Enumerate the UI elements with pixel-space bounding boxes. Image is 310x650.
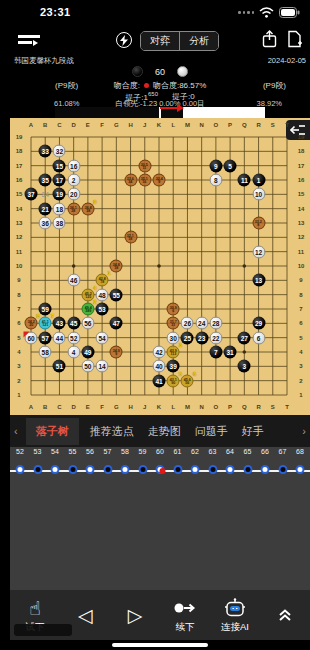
candidate-values: 34.99 [113, 349, 120, 356]
candidate-rank: 2 [93, 299, 96, 305]
coord-number-right: 18 [298, 148, 305, 154]
coord-letter-bottom: M [185, 404, 190, 410]
coord-letter-top: R [256, 122, 260, 128]
share-icon[interactable] [262, 30, 277, 48]
coord-letter-bottom: H [128, 404, 132, 410]
strip-node[interactable] [261, 465, 270, 474]
stone-white-O6: 28 [209, 317, 222, 330]
stone-black-B14: 21 [39, 202, 52, 215]
stone-black-R6: 29 [252, 317, 265, 330]
tab-1[interactable]: 落子树 [26, 418, 79, 445]
candidate-values: 32.118 [127, 234, 134, 241]
stone-black-C17: 15 [53, 159, 66, 172]
coord-letter-top: O [214, 122, 219, 128]
coord-letter-bottom: R [256, 404, 260, 410]
ai-candidate-G10[interactable]: 34.818 [110, 260, 123, 273]
ai-candidate-L7[interactable]: 30.96 [167, 303, 180, 316]
tab-5[interactable]: 好手 [242, 424, 264, 439]
candidate-values: 41.1121 [42, 320, 49, 327]
stone-black-C16: 17 [53, 174, 66, 187]
ai-candidate-E14[interactable]: 36.8389 [81, 202, 94, 215]
stone-white-O16: 8 [209, 174, 222, 187]
candidate-values: 33.28 [255, 220, 262, 227]
coord-letter-bottom: A [29, 404, 33, 410]
tabs-scroll-left[interactable]: ‹ [10, 425, 22, 437]
stone-white-C5: 44 [53, 331, 66, 344]
stone-white-C14: 18 [53, 202, 66, 215]
strip-node[interactable] [243, 465, 252, 474]
strip-move-number: 54 [46, 448, 64, 455]
mode-play-button[interactable]: 对弈 [141, 32, 179, 50]
app-root: 23:31 对弈 分析 [10, 0, 310, 650]
coord-letter-top: J [143, 122, 146, 128]
coord-number-left: 5 [17, 335, 20, 341]
record-dot-icon [144, 83, 149, 88]
captured-stone-label-B15: 34 [42, 191, 49, 198]
coord-letter-top: N [199, 122, 203, 128]
coord-number-left: 7 [17, 306, 20, 312]
candidate-rank: 1 [108, 270, 111, 276]
coord-number-left: 12 [16, 234, 23, 240]
home-indicator-area [10, 640, 310, 650]
tab-3[interactable]: 走势图 [148, 424, 181, 439]
coord-letter-top: H [128, 122, 132, 128]
strip-move-number: 55 [64, 448, 82, 455]
candidate-values: 43.9113 [170, 349, 177, 356]
stone-black-B16: 35 [39, 174, 52, 187]
analysis-tab-bar: ‹ 落子树推荐选点走势图问题手好手 › [10, 415, 310, 447]
ai-candidate-G4[interactable]: 34.99 [110, 346, 123, 359]
stone-white-D9: 46 [67, 274, 80, 287]
white-player-rank: (P9段) [263, 80, 286, 91]
coord-letter-bottom: E [86, 404, 90, 410]
coord-letter-top: D [71, 122, 75, 128]
strip-move-number: 56 [81, 448, 99, 455]
strip-move-number: 66 [256, 448, 274, 455]
strip-move-number: 67 [274, 448, 292, 455]
coord-letter-top: F [100, 122, 104, 128]
coord-letter-top: M [185, 122, 190, 128]
coord-number-right: 7 [299, 306, 302, 312]
coord-letter-bottom: D [71, 404, 75, 410]
tabs-scroll-right[interactable]: › [298, 415, 310, 447]
ai-candidate-L2[interactable]: 43.1905 [167, 374, 180, 387]
strip-move-number: 58 [116, 448, 134, 455]
coord-number-right: 2 [299, 378, 302, 384]
strip-node[interactable] [51, 465, 60, 474]
strip-node[interactable] [103, 465, 112, 474]
candidate-values: 34.220 [27, 320, 34, 327]
game-date: 2024-02-05 [268, 56, 306, 66]
event-title: 韩国麦馨杯九段战 [14, 56, 74, 66]
stone-black-G6: 47 [110, 317, 123, 330]
ai-candidate-K16[interactable]: 32.49 [153, 174, 166, 187]
stone-white-C13: 38 [53, 217, 66, 230]
stone-black-P4: 31 [224, 346, 237, 359]
stone-black-C3: 51 [53, 360, 66, 373]
match-rate-white: 吻合度:86.57% [153, 80, 206, 91]
current-move-number: 60 [155, 67, 165, 77]
coord-number-left: 19 [16, 134, 23, 140]
ai-candidate-D14[interactable]: 36.128 [67, 202, 80, 215]
strip-node[interactable] [121, 465, 130, 474]
coord-number-right: 19 [298, 134, 305, 140]
candidate-rank: 9 [93, 198, 96, 204]
stone-black-C6: 43 [53, 317, 66, 330]
stone-white-D5: 52 [67, 331, 80, 344]
coord-number-left: 16 [16, 177, 23, 183]
candidate-rank: 5 [179, 370, 182, 376]
coord-letter-bottom: G [114, 404, 119, 410]
strip-move-number: 62 [186, 448, 204, 455]
strip-move-number: 60 [151, 448, 169, 455]
ai-candidate-J16[interactable]: 35.116 [138, 174, 151, 187]
strip-move-number: 52 [11, 448, 29, 455]
white-stone-icon [177, 66, 188, 77]
strip-node[interactable] [138, 465, 147, 474]
coord-number-left: 11 [16, 249, 22, 255]
strip-node[interactable] [33, 465, 42, 474]
strip-node[interactable] [191, 465, 200, 474]
strip-node[interactable] [208, 465, 217, 474]
ai-candidate-L6[interactable]: 31.731 [167, 317, 180, 330]
coord-number-right: 11 [298, 249, 304, 255]
coord-letter-bottom: T [285, 404, 289, 410]
stone-black-O17: 9 [209, 159, 222, 172]
stone-white-E6: 56 [81, 317, 94, 330]
status-bar: 23:31 [10, 0, 310, 25]
coord-letter-top: E [86, 122, 90, 128]
new-document-icon[interactable] [287, 30, 302, 48]
candidate-values: 33.634 [127, 177, 134, 184]
ai-candidate-B6[interactable]: 41.11217 [39, 317, 52, 330]
coord-letter-bottom: Q [242, 404, 247, 410]
tab-2[interactable]: 推荐选点 [90, 424, 134, 439]
strip-move-number: 57 [99, 448, 117, 455]
quick-analysis-icon[interactable] [116, 32, 132, 48]
continue-button[interactable]: 续下 [160, 590, 210, 640]
stone-white-O5: 22 [209, 331, 222, 344]
coord-letter-top: S [271, 122, 275, 128]
stone-black-D6: 45 [67, 317, 80, 330]
clock: 23:31 [40, 6, 71, 18]
move-tree-panel: 5253545556575859606162636465666768 [10, 447, 310, 590]
ai-candidate-A6[interactable]: 34.2208 [25, 317, 38, 330]
coord-letter-top: K [157, 122, 161, 128]
nav-bar: 对弈 分析 [10, 25, 310, 55]
strip-move-number: 63 [204, 448, 222, 455]
coord-letter-bottom: B [43, 404, 47, 410]
stone-white-F5: 54 [96, 331, 109, 344]
winrate-bar [55, 107, 265, 118]
coord-letter-top: B [43, 122, 47, 128]
strip-node[interactable] [16, 465, 25, 474]
coord-number-left: 9 [17, 277, 20, 283]
stone-white-R5: 6 [252, 331, 265, 344]
coord-letter-top: G [114, 122, 119, 128]
ai-candidate-M2[interactable]: 45.6566 [181, 374, 194, 387]
coord-number-right: 5 [299, 335, 302, 341]
stone-white-R11: 12 [252, 245, 265, 258]
coord-number-left: 1 [17, 392, 20, 398]
coord-number-right: 13 [298, 220, 305, 226]
strip-node[interactable] [278, 465, 287, 474]
robot-icon [224, 596, 246, 620]
coord-letter-bottom: J [143, 404, 146, 410]
back-triangle-icon: ◁ [78, 603, 93, 627]
coord-letter-bottom: C [57, 404, 61, 410]
ai-candidate-J17[interactable]: 30.511 [138, 159, 151, 172]
coord-number-right: 6 [299, 320, 302, 326]
coord-number-left: 10 [16, 263, 23, 269]
stone-white-B4: 58 [39, 346, 52, 359]
strip-move-number: 53 [29, 448, 47, 455]
coord-number-right: 16 [298, 177, 305, 183]
stone-white-D15: 20 [67, 188, 80, 201]
ai-candidate-E7[interactable]: 49.43892 [81, 303, 94, 316]
ai-candidate-H12[interactable]: 32.118 [124, 231, 137, 244]
coord-letter-bottom: S [271, 404, 275, 410]
coord-number-left: 17 [16, 163, 23, 169]
coord-letter-top: L [171, 122, 175, 128]
stone-black-Q3: 3 [238, 360, 251, 373]
stone-white-D17: 16 [67, 159, 80, 172]
next-move-button[interactable]: ▷ [110, 590, 160, 640]
coord-number-left: 15 [16, 191, 23, 197]
stone-black-E4: 49 [81, 346, 94, 359]
stone-white-F3: 14 [96, 360, 109, 373]
candidate-values: 30.96 [170, 306, 177, 313]
ai-candidate-L4[interactable]: 43.91133 [167, 346, 180, 359]
strip-node[interactable] [173, 465, 182, 474]
eval-change-arrow-icon [160, 104, 184, 112]
bottom-toolbar: ☝ 试下 ◁ ▷ 续下 [10, 590, 310, 640]
home-indicator[interactable] [112, 643, 208, 647]
candidate-values: 34.818 [113, 263, 120, 270]
last-move-marker [24, 331, 30, 337]
coord-letter-top: Q [242, 122, 247, 128]
candidate-rank: 8 [36, 313, 39, 319]
coord-number-left: 3 [17, 363, 20, 369]
coord-number-left: 8 [17, 292, 20, 298]
stone-white-E3: 50 [81, 360, 94, 373]
strip-node-current[interactable] [156, 465, 165, 474]
stone-white-K4: 42 [153, 346, 166, 359]
stone-black-A15: 37 [25, 188, 38, 201]
stone-white-K3: 40 [153, 360, 166, 373]
cellular-signal-icon [238, 11, 254, 14]
candidate-rank: 4 [93, 284, 96, 290]
coord-number-left: 14 [16, 206, 23, 212]
stone-black-O4: 7 [209, 346, 222, 359]
stone-white-N6: 24 [195, 317, 208, 330]
stone-black-M5: 25 [181, 331, 194, 344]
wifi-icon [259, 7, 274, 18]
coord-letter-bottom: F [100, 404, 104, 410]
coord-number-left: 4 [17, 349, 20, 355]
stone-white-M6: 26 [181, 317, 194, 330]
coord-letter-bottom: N [199, 404, 203, 410]
stone-black-Q16: 11 [238, 174, 251, 187]
coord-number-left: 13 [16, 220, 23, 226]
coord-letter-top: P [228, 122, 232, 128]
stone-white-D4: 4 [67, 346, 80, 359]
stone-black-B5: 57 [39, 331, 52, 344]
stone-black-G8: 55 [110, 288, 123, 301]
coord-number-right: 9 [299, 277, 302, 283]
candidate-values: 45.2125 [84, 291, 91, 298]
candidate-values: 32.49 [155, 177, 162, 184]
stone-black-P17: 5 [224, 159, 237, 172]
stone-black-Q5: 27 [238, 331, 251, 344]
coord-letter-top: A [29, 122, 33, 128]
coord-letter-bottom: O [214, 404, 219, 410]
hand-pointer-icon: ☝ [29, 596, 41, 620]
coord-letter-top: T [285, 122, 289, 128]
battery-icon [279, 7, 300, 18]
tab-4[interactable]: 问题手 [195, 424, 228, 439]
stone-white-R15: 10 [252, 188, 265, 201]
ai-candidate-H16[interactable]: 33.634 [124, 174, 137, 187]
strip-move-number: 65 [239, 448, 257, 455]
stone-white-D16: 2 [67, 174, 80, 187]
game-tree-menu-icon[interactable] [18, 34, 40, 48]
coord-number-right: 8 [299, 292, 302, 298]
candidate-values: 36.838 [84, 205, 91, 212]
stone-black-K2: 41 [153, 374, 166, 387]
candidate-rank: 7 [51, 313, 54, 319]
strip-move-number: 64 [221, 448, 239, 455]
coord-number-right: 15 [298, 191, 305, 197]
strip-node[interactable] [296, 465, 305, 474]
coord-number-right: 12 [298, 234, 305, 240]
coord-number-right: 1 [299, 392, 302, 398]
stone-black-C15: 19 [53, 188, 66, 201]
forward-triangle-icon: ▷ [128, 603, 143, 627]
strip-node[interactable] [86, 465, 95, 474]
ai-candidate-F9[interactable]: 42.8781 [96, 274, 109, 287]
coord-letter-bottom: P [228, 404, 232, 410]
coord-number-right: 4 [299, 349, 302, 355]
strip-move-number: 61 [169, 448, 187, 455]
coord-letter-bottom: L [171, 404, 175, 410]
coord-letter-top: C [57, 122, 61, 128]
coord-number-left: 2 [17, 378, 20, 384]
ai-candidate-R13[interactable]: 33.28 [252, 217, 265, 230]
match-rate-black-label: 吻合度: [114, 80, 140, 91]
strip-node[interactable] [226, 465, 235, 474]
stone-white-C18: 32 [53, 145, 66, 158]
game-info-panel: 韩国麦馨杯九段战 2024-02-05 60 (P9段) 吻合度: 吻合度:86… [10, 55, 310, 118]
stone-black-R9: 13 [252, 274, 265, 287]
connect-ai-button[interactable]: 连接AI [210, 590, 260, 640]
candidate-values: 30.511 [141, 162, 148, 169]
coord-number-left: 18 [16, 148, 23, 154]
strip-node[interactable] [68, 465, 77, 474]
double-chevron-up-icon [277, 603, 293, 627]
coord-number-right: 17 [298, 163, 305, 169]
candidate-values: 43.190 [170, 377, 177, 384]
dot-arrow-icon [173, 596, 197, 620]
black-stone-icon [132, 66, 143, 77]
coord-number-right: 3 [299, 363, 302, 369]
stone-black-N5: 23 [195, 331, 208, 344]
coord-letter-bottom: K [157, 404, 161, 410]
collapse-toolbar-button[interactable] [260, 590, 310, 640]
go-board[interactable]: AABBCCDDEEFFGGHHJJKKLLMMNNOOPPQQRRSSTT19… [10, 118, 310, 415]
stone-white-A5: 60 [25, 331, 38, 344]
stone-white-B13: 36 [39, 217, 52, 230]
candidate-values: 36.128 [70, 205, 77, 212]
mode-switch: 对弈 分析 [140, 31, 219, 51]
coord-number-left: 6 [17, 320, 20, 326]
candidate-values: 45.656 [184, 377, 191, 384]
hint-pill [14, 624, 72, 636]
strip-move-number: 68 [291, 448, 309, 455]
stone-black-B18: 33 [39, 145, 52, 158]
coord-number-right: 10 [298, 263, 305, 269]
candidate-values: 35.116 [141, 177, 148, 184]
candidate-values: 42.878 [99, 277, 106, 284]
candidate-rank: 3 [179, 342, 182, 348]
candidate-rank: 6 [193, 370, 196, 376]
stone-white-F8: 48 [96, 288, 109, 301]
mode-analyze-button[interactable]: 分析 [179, 32, 218, 50]
coord-number-right: 14 [298, 206, 305, 212]
strip-move-number: 59 [134, 448, 152, 455]
candidate-values: 31.731 [170, 320, 177, 327]
stone-black-R16: 1 [252, 174, 265, 187]
stone-black-F7: 53 [96, 303, 109, 316]
candidate-values: 49.4389 [84, 306, 91, 313]
